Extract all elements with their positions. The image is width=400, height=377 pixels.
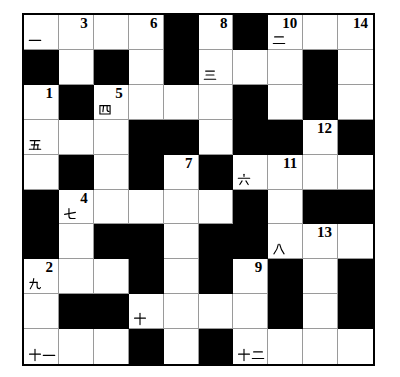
- chinese-numeral-label: [237, 348, 265, 362]
- cell-r0c2[interactable]: [94, 15, 129, 50]
- chinese-numeral-label: [203, 68, 217, 82]
- cell-r7c7: [268, 259, 303, 294]
- cell-r1c1[interactable]: [59, 50, 94, 85]
- clue-number: 11: [283, 155, 297, 171]
- clue-number: 14: [353, 15, 368, 31]
- cell-r1c8: [303, 50, 338, 85]
- cell-r5c7[interactable]: [268, 190, 303, 225]
- clue-number: 2: [45, 259, 53, 275]
- cell-r9c8[interactable]: [303, 329, 338, 364]
- cell-r6c7[interactable]: [268, 224, 303, 259]
- cell-r6c3: [129, 224, 164, 259]
- cell-r8c1: [59, 294, 94, 329]
- cell-r3c4: [164, 120, 199, 155]
- cell-r1c7[interactable]: [268, 50, 303, 85]
- cell-r3c3: [129, 120, 164, 155]
- cell-r9c1[interactable]: [59, 329, 94, 364]
- chinese-numeral-label: [133, 312, 147, 326]
- cell-r2c2[interactable]: 5: [94, 85, 129, 120]
- cell-r8c4[interactable]: [164, 294, 199, 329]
- cell-r0c6: [233, 15, 268, 50]
- cell-r8c9: [338, 294, 373, 329]
- cell-r4c9[interactable]: [338, 155, 373, 190]
- cell-r2c1: [59, 85, 94, 120]
- cell-r5c6: [233, 190, 268, 225]
- cell-r9c3: [129, 329, 164, 364]
- cell-r2c9[interactable]: [338, 85, 373, 120]
- clue-number: 13: [317, 224, 332, 240]
- cell-r8c5[interactable]: [199, 294, 234, 329]
- cell-r6c0: [24, 224, 59, 259]
- numeral-glyph-icon: [63, 207, 77, 221]
- clue-number: 5: [115, 85, 123, 101]
- clue-number: 3: [80, 15, 88, 31]
- cell-r3c9: [338, 120, 373, 155]
- cell-r5c3[interactable]: [129, 190, 164, 225]
- numeral-glyph-icon: [272, 242, 286, 256]
- cell-r7c5: [199, 259, 234, 294]
- numeral-glyph-icon: [237, 173, 251, 187]
- cell-r4c4[interactable]: 7: [164, 155, 199, 190]
- clue-number: 1: [45, 85, 53, 101]
- cell-r3c2[interactable]: [94, 120, 129, 155]
- cell-r4c0[interactable]: [24, 155, 59, 190]
- cell-r0c0[interactable]: [24, 15, 59, 50]
- cell-r4c8[interactable]: [303, 155, 338, 190]
- numeral-glyph-icon: [28, 348, 42, 362]
- cell-r4c1: [59, 155, 94, 190]
- chinese-numeral-label: [272, 242, 286, 256]
- crossword-grid: 3681014151271141329: [22, 13, 375, 366]
- chinese-numeral-label: [237, 173, 251, 187]
- cell-r6c6: [233, 224, 268, 259]
- numeral-glyph-icon: [237, 348, 251, 362]
- cell-r3c1[interactable]: [59, 120, 94, 155]
- cell-r7c4[interactable]: [164, 259, 199, 294]
- cell-r1c9[interactable]: [338, 50, 373, 85]
- chinese-numeral-label: [28, 348, 56, 362]
- cell-r5c9: [338, 190, 373, 225]
- cell-r6c9[interactable]: [338, 224, 373, 259]
- cell-r6c8[interactable]: 13: [303, 224, 338, 259]
- chinese-numeral-label: [28, 33, 42, 47]
- cell-r9c0[interactable]: [24, 329, 59, 364]
- chinese-numeral-label: [28, 277, 42, 291]
- chinese-numeral-label: [28, 138, 42, 152]
- cell-r2c0[interactable]: 1: [24, 85, 59, 120]
- cell-r3c0[interactable]: [24, 120, 59, 155]
- clue-number: 12: [317, 120, 332, 136]
- cell-r1c5[interactable]: [199, 50, 234, 85]
- cell-r1c6[interactable]: [233, 50, 268, 85]
- clue-number: 8: [220, 15, 228, 31]
- cell-r0c3[interactable]: 6: [129, 15, 164, 50]
- numeral-glyph-icon: [251, 348, 265, 362]
- cell-r2c5[interactable]: [199, 85, 234, 120]
- cell-r1c4: [164, 50, 199, 85]
- cell-r4c3: [129, 155, 164, 190]
- cell-r7c9: [338, 259, 373, 294]
- cell-r2c8: [303, 85, 338, 120]
- clue-number: 6: [150, 15, 158, 31]
- cell-r4c6[interactable]: [233, 155, 268, 190]
- cell-r8c6[interactable]: [233, 294, 268, 329]
- cell-r8c7: [268, 294, 303, 329]
- cell-r6c2: [94, 224, 129, 259]
- cell-r2c6: [233, 85, 268, 120]
- numeral-glyph-icon: [133, 312, 147, 326]
- cell-r5c2[interactable]: [94, 190, 129, 225]
- chinese-numeral-label: [98, 103, 112, 117]
- clue-number: 10: [282, 15, 297, 31]
- cell-r2c4[interactable]: [164, 85, 199, 120]
- clue-number: 9: [255, 259, 263, 275]
- numeral-glyph-icon: [28, 33, 42, 47]
- cell-r8c0[interactable]: [24, 294, 59, 329]
- numeral-glyph-icon: [272, 33, 286, 47]
- chinese-numeral-label: [63, 207, 77, 221]
- cell-r3c6: [233, 120, 268, 155]
- numeral-glyph-icon: [28, 277, 42, 291]
- clue-number: 4: [80, 190, 88, 206]
- numeral-glyph-icon: [98, 103, 112, 117]
- cell-r6c4[interactable]: [164, 224, 199, 259]
- chinese-numeral-label: [272, 33, 286, 47]
- cell-r7c1[interactable]: [59, 259, 94, 294]
- cell-r1c3[interactable]: [129, 50, 164, 85]
- cell-r5c5[interactable]: [199, 190, 234, 225]
- cell-r9c6[interactable]: [233, 329, 268, 364]
- cell-r8c2: [94, 294, 129, 329]
- cell-r3c7: [268, 120, 303, 155]
- cell-r9c5: [199, 329, 234, 364]
- cell-r5c8: [303, 190, 338, 225]
- cell-r4c2[interactable]: [94, 155, 129, 190]
- cell-r3c8[interactable]: 12: [303, 120, 338, 155]
- clue-number: 7: [185, 155, 193, 171]
- cell-r1c2: [94, 50, 129, 85]
- cell-r2c3[interactable]: [129, 85, 164, 120]
- numeral-glyph-icon: [28, 138, 42, 152]
- cell-r3c5[interactable]: [199, 120, 234, 155]
- cell-r1c0: [24, 50, 59, 85]
- numeral-glyph-icon: [203, 68, 217, 82]
- cell-r0c8[interactable]: [303, 15, 338, 50]
- cell-r9c7[interactable]: [268, 329, 303, 364]
- cell-r7c6[interactable]: 9: [233, 259, 268, 294]
- cell-r9c9[interactable]: [338, 329, 373, 364]
- cell-r7c2[interactable]: [94, 259, 129, 294]
- cell-r7c3: [129, 259, 164, 294]
- cell-r0c5[interactable]: 8: [199, 15, 234, 50]
- cell-r5c0: [24, 190, 59, 225]
- cell-r0c9[interactable]: 14: [338, 15, 373, 50]
- cell-r5c1[interactable]: 4: [59, 190, 94, 225]
- cell-r0c4: [164, 15, 199, 50]
- cell-r4c7[interactable]: 11: [268, 155, 303, 190]
- cell-r6c5: [199, 224, 234, 259]
- cell-r7c8[interactable]: [303, 259, 338, 294]
- cell-r6c1[interactable]: [59, 224, 94, 259]
- cell-r9c2[interactable]: [94, 329, 129, 364]
- cell-r9c4[interactable]: [164, 329, 199, 364]
- cell-r8c8[interactable]: [303, 294, 338, 329]
- cell-r0c7[interactable]: 10: [268, 15, 303, 50]
- cell-r2c7[interactable]: [268, 85, 303, 120]
- cell-r0c1[interactable]: 3: [59, 15, 94, 50]
- cell-r5c4[interactable]: [164, 190, 199, 225]
- cell-r7c0[interactable]: 2: [24, 259, 59, 294]
- cell-r8c3[interactable]: [129, 294, 164, 329]
- cell-r4c5: [199, 155, 234, 190]
- numeral-glyph-icon: [42, 348, 56, 362]
- puzzle-page: 3681014151271141329: [0, 0, 400, 377]
